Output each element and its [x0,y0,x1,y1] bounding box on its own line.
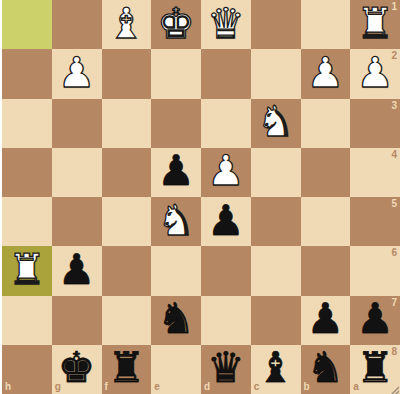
rank-label-4: 4 [391,150,397,160]
white-pawn[interactable]: ♟ [356,52,394,94]
board-resize-handle[interactable] [388,382,399,393]
square-b2[interactable]: ♟ [301,49,351,98]
square-e2[interactable] [151,49,201,98]
white-rook[interactable]: ♜ [8,249,46,291]
square-e1[interactable]: ♚ [151,0,201,49]
square-f3[interactable] [102,99,152,148]
square-c3[interactable]: ♞ [251,99,301,148]
white-bishop[interactable]: ♝ [108,3,146,45]
square-a7[interactable]: ♟7 [350,296,400,345]
square-h8[interactable]: h [2,345,52,394]
square-h4[interactable] [2,148,52,197]
square-g5[interactable] [52,197,102,246]
black-pawn[interactable]: ♟ [207,200,245,242]
square-d8[interactable]: ♛d [201,345,251,394]
black-rook[interactable]: ♜ [108,347,146,389]
square-d2[interactable] [201,49,251,98]
square-b7[interactable]: ♟ [301,296,351,345]
black-pawn[interactable]: ♟ [356,298,394,340]
rank-label-7: 7 [391,298,397,308]
square-g1[interactable] [52,0,102,49]
square-b3[interactable] [301,99,351,148]
square-f8[interactable]: ♜f [102,345,152,394]
white-pawn[interactable]: ♟ [58,52,96,94]
file-label-h: h [5,382,11,392]
square-a2[interactable]: ♟2 [350,49,400,98]
file-label-d: d [204,382,210,392]
square-c6[interactable] [251,246,301,295]
square-c5[interactable] [251,197,301,246]
square-g4[interactable] [52,148,102,197]
square-g3[interactable] [52,99,102,148]
square-h5[interactable] [2,197,52,246]
square-f7[interactable] [102,296,152,345]
square-c8[interactable]: ♝c [251,345,301,394]
rank-label-1: 1 [391,2,397,12]
rank-label-2: 2 [391,51,397,61]
black-pawn[interactable]: ♟ [157,150,195,192]
white-rook[interactable]: ♜ [356,3,394,45]
square-d6[interactable] [201,246,251,295]
square-e6[interactable] [151,246,201,295]
square-h7[interactable] [2,296,52,345]
square-c2[interactable] [251,49,301,98]
black-pawn[interactable]: ♟ [307,298,345,340]
square-h2[interactable] [2,49,52,98]
file-label-c: c [254,382,260,392]
square-e3[interactable] [151,99,201,148]
square-b5[interactable] [301,197,351,246]
white-knight[interactable]: ♞ [157,200,195,242]
square-f2[interactable] [102,49,152,98]
square-e5[interactable]: ♞ [151,197,201,246]
file-label-f: f [105,382,108,392]
square-d4[interactable]: ♟ [201,148,251,197]
square-d7[interactable] [201,296,251,345]
square-c1[interactable] [251,0,301,49]
square-e7[interactable]: ♞ [151,296,201,345]
square-c4[interactable] [251,148,301,197]
rank-label-3: 3 [391,101,397,111]
square-g7[interactable] [52,296,102,345]
black-bishop[interactable]: ♝ [257,347,295,389]
square-d1[interactable]: ♛ [201,0,251,49]
black-pawn[interactable]: ♟ [58,249,96,291]
chess-app-stage: ♝♚♛♜1♟♟♟2♞3♟♟4♞♟5♜♟6♞♟♟7h♚g♜fe♛d♝c♞b♜8a [0,0,400,394]
square-h1[interactable] [2,0,52,49]
black-knight[interactable]: ♞ [307,347,345,389]
square-f4[interactable] [102,148,152,197]
square-f5[interactable] [102,197,152,246]
white-pawn[interactable]: ♟ [307,52,345,94]
square-d5[interactable]: ♟ [201,197,251,246]
white-king[interactable]: ♚ [157,3,195,45]
square-b1[interactable] [301,0,351,49]
square-a6[interactable]: 6 [350,246,400,295]
file-label-a: a [353,382,359,392]
square-f1[interactable]: ♝ [102,0,152,49]
square-h6[interactable]: ♜ [2,246,52,295]
square-a4[interactable]: 4 [350,148,400,197]
black-queen[interactable]: ♛ [207,347,245,389]
white-knight[interactable]: ♞ [257,101,295,143]
square-g2[interactable]: ♟ [52,49,102,98]
square-b4[interactable] [301,148,351,197]
resize-grip-icon [388,385,399,394]
square-e4[interactable]: ♟ [151,148,201,197]
square-f6[interactable] [102,246,152,295]
square-a5[interactable]: 5 [350,197,400,246]
square-e8[interactable]: e [151,345,201,394]
square-d3[interactable] [201,99,251,148]
file-label-g: g [55,382,61,392]
square-a1[interactable]: ♜1 [350,0,400,49]
square-h3[interactable] [2,99,52,148]
file-label-e: e [154,382,160,392]
file-label-b: b [304,382,310,392]
chess-board: ♝♚♛♜1♟♟♟2♞3♟♟4♞♟5♜♟6♞♟♟7h♚g♜fe♛d♝c♞b♜8a [2,0,400,394]
rank-label-6: 6 [391,248,397,258]
square-g6[interactable]: ♟ [52,246,102,295]
square-g8[interactable]: ♚g [52,345,102,394]
white-queen[interactable]: ♛ [207,3,245,45]
black-knight[interactable]: ♞ [157,298,195,340]
white-pawn[interactable]: ♟ [207,150,245,192]
square-b8[interactable]: ♞b [301,345,351,394]
square-a3[interactable]: 3 [350,99,400,148]
black-king[interactable]: ♚ [58,347,96,389]
rank-label-5: 5 [391,199,397,209]
square-c7[interactable] [251,296,301,345]
square-b6[interactable] [301,246,351,295]
rank-label-8: 8 [391,347,397,357]
